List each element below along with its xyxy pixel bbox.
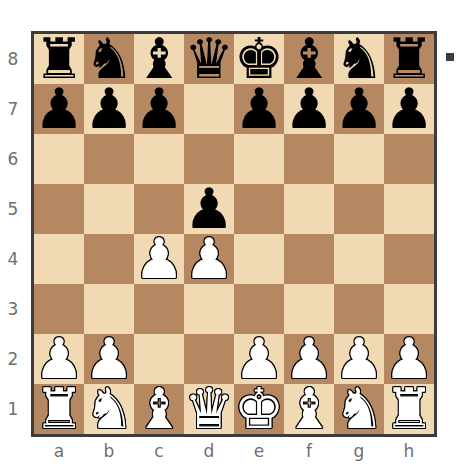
file-label-d: d <box>184 440 234 462</box>
square-d1[interactable]: ♛ <box>184 384 234 434</box>
square-e6[interactable] <box>234 134 284 184</box>
square-b7[interactable]: ♟ <box>84 84 134 134</box>
square-h1[interactable]: ♜ <box>384 384 434 434</box>
square-d8[interactable]: ♛ <box>184 34 234 84</box>
piece-white-knight[interactable]: ♞ <box>334 384 384 434</box>
piece-black-pawn[interactable]: ♟ <box>34 84 84 134</box>
square-b4[interactable] <box>84 234 134 284</box>
square-h6[interactable] <box>384 134 434 184</box>
square-a5[interactable] <box>34 184 84 234</box>
rank-label-2: 2 <box>0 334 26 384</box>
square-a4[interactable] <box>34 234 84 284</box>
piece-black-pawn[interactable]: ♟ <box>334 84 384 134</box>
piece-white-bishop[interactable]: ♝ <box>284 384 334 434</box>
side-to-move-indicator <box>446 53 454 61</box>
piece-white-bishop[interactable]: ♝ <box>134 384 184 434</box>
piece-black-pawn[interactable]: ♟ <box>84 84 134 134</box>
piece-white-pawn[interactable]: ♟ <box>134 234 184 284</box>
piece-white-king[interactable]: ♚ <box>234 384 284 434</box>
file-labels: abcdefgh <box>34 440 434 462</box>
piece-white-knight[interactable]: ♞ <box>84 384 134 434</box>
rank-label-6: 6 <box>0 134 26 184</box>
square-b1[interactable]: ♞ <box>84 384 134 434</box>
square-g5[interactable] <box>334 184 384 234</box>
square-b5[interactable] <box>84 184 134 234</box>
square-d3[interactable] <box>184 284 234 334</box>
file-label-g: g <box>334 440 384 462</box>
square-g7[interactable]: ♟ <box>334 84 384 134</box>
square-a1[interactable]: ♜ <box>34 384 84 434</box>
square-a7[interactable]: ♟ <box>34 84 84 134</box>
piece-white-rook[interactable]: ♜ <box>384 384 434 434</box>
piece-white-rook[interactable]: ♜ <box>34 384 84 434</box>
rank-label-3: 3 <box>0 284 26 334</box>
rank-labels: 87654321 <box>0 34 26 434</box>
square-c4[interactable]: ♟ <box>134 234 184 284</box>
square-e5[interactable] <box>234 184 284 234</box>
file-label-h: h <box>384 440 434 462</box>
square-f5[interactable] <box>284 184 334 234</box>
square-g4[interactable] <box>334 234 384 284</box>
piece-black-pawn[interactable]: ♟ <box>284 84 334 134</box>
piece-black-pawn[interactable]: ♟ <box>234 84 284 134</box>
square-c7[interactable]: ♟ <box>134 84 184 134</box>
rank-label-4: 4 <box>0 234 26 284</box>
square-c1[interactable]: ♝ <box>134 384 184 434</box>
file-label-e: e <box>234 440 284 462</box>
square-d7[interactable] <box>184 84 234 134</box>
rank-label-5: 5 <box>0 184 26 234</box>
square-a6[interactable] <box>34 134 84 184</box>
square-e4[interactable] <box>234 234 284 284</box>
square-e1[interactable]: ♚ <box>234 384 284 434</box>
square-e7[interactable]: ♟ <box>234 84 284 134</box>
square-f4[interactable] <box>284 234 334 284</box>
rank-label-7: 7 <box>0 84 26 134</box>
square-h4[interactable] <box>384 234 434 284</box>
piece-white-pawn[interactable]: ♟ <box>184 234 234 284</box>
square-g1[interactable]: ♞ <box>334 384 384 434</box>
piece-black-pawn[interactable]: ♟ <box>134 84 184 134</box>
piece-black-queen[interactable]: ♛ <box>184 34 234 84</box>
square-c3[interactable] <box>134 284 184 334</box>
file-label-b: b <box>84 440 134 462</box>
square-c6[interactable] <box>134 134 184 184</box>
square-g6[interactable] <box>334 134 384 184</box>
file-label-f: f <box>284 440 334 462</box>
file-label-c: c <box>134 440 184 462</box>
file-label-a: a <box>34 440 84 462</box>
chess-board[interactable]: ♜♞♝♛♚♝♞♜♟♟♟♟♟♟♟♟♟♟♟♟♟♟♟♟♜♞♝♛♚♝♞♜ <box>31 31 437 437</box>
piece-white-queen[interactable]: ♛ <box>184 384 234 434</box>
rank-label-8: 8 <box>0 34 26 84</box>
square-f7[interactable]: ♟ <box>284 84 334 134</box>
rank-label-1: 1 <box>0 384 26 434</box>
square-h5[interactable] <box>384 184 434 234</box>
square-d4[interactable]: ♟ <box>184 234 234 284</box>
square-h7[interactable]: ♟ <box>384 84 434 134</box>
piece-black-pawn[interactable]: ♟ <box>384 84 434 134</box>
square-b6[interactable] <box>84 134 134 184</box>
square-f6[interactable] <box>284 134 334 184</box>
square-f1[interactable]: ♝ <box>284 384 334 434</box>
